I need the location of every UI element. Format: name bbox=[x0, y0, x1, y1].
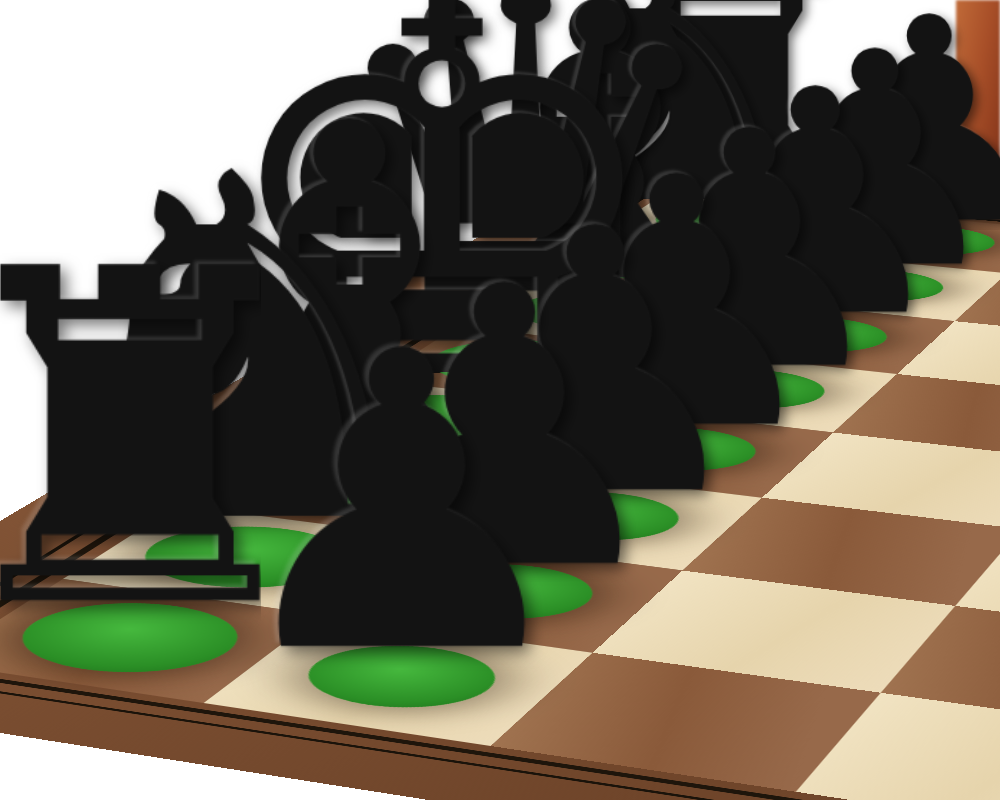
chess-board-squares: ♜♟♞♟♝♟♛♟♚♟♝♟♞♟♜♟ bbox=[0, 194, 1000, 800]
square-h5 bbox=[796, 693, 1000, 800]
chess-set-product-photo: ♜♟♞♟♝♟♛♟♚♟♝♟♞♟♜♟ bbox=[0, 0, 1000, 800]
chess-board: ♜♟♞♟♝♟♛♟♚♟♝♟♞♟♜♟ bbox=[0, 165, 1000, 800]
square-g5 bbox=[881, 606, 1000, 735]
pawn-glyph: ♟ bbox=[218, 310, 586, 700]
square-h7: ♟ bbox=[204, 615, 593, 746]
board-frame: ♜♟♞♟♝♟♛♟♚♟♝♟♞♟♜♟ bbox=[0, 165, 1000, 800]
scene: ♜♟♞♟♝♟♛♟♚♟♝♟♞♟♜♟ bbox=[0, 0, 1000, 800]
